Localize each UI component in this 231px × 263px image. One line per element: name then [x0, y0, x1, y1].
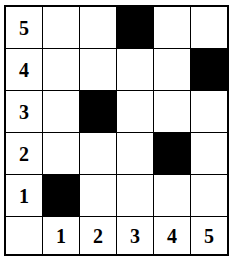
cell-c3-r1[interactable] — [117, 175, 153, 216]
col-label-5: 5 — [191, 217, 227, 254]
row-label-3: 3 — [6, 91, 42, 132]
cell-c5-r5[interactable] — [191, 7, 227, 48]
row-label-4: 4 — [6, 49, 42, 90]
cell-c1-r4[interactable] — [43, 49, 79, 90]
cell-c3-r3[interactable] — [117, 91, 153, 132]
col-label-1: 1 — [43, 217, 79, 254]
cell-c2-r1[interactable] — [80, 175, 116, 216]
cell-c1-r5[interactable] — [43, 7, 79, 48]
cell-c4-r3[interactable] — [154, 91, 190, 132]
corner-cell — [6, 217, 42, 254]
puzzle-board: 5432112345 — [4, 5, 229, 256]
cell-c2-r2[interactable] — [80, 133, 116, 174]
cell-c4-r4[interactable] — [154, 49, 190, 90]
cell-c4-r5[interactable] — [154, 7, 190, 48]
shaded-cell-c1-r1[interactable] — [43, 175, 79, 216]
col-label-4: 4 — [154, 217, 190, 254]
shaded-cell-c2-r3[interactable] — [80, 91, 116, 132]
cell-c2-r5[interactable] — [80, 7, 116, 48]
cell-c2-r4[interactable] — [80, 49, 116, 90]
cell-c5-r2[interactable] — [191, 133, 227, 174]
cell-c1-r2[interactable] — [43, 133, 79, 174]
col-label-3: 3 — [117, 217, 153, 254]
cell-c5-r3[interactable] — [191, 91, 227, 132]
col-label-2: 2 — [80, 217, 116, 254]
cell-c3-r4[interactable] — [117, 49, 153, 90]
cell-c5-r1[interactable] — [191, 175, 227, 216]
row-label-2: 2 — [6, 133, 42, 174]
cell-c3-r2[interactable] — [117, 133, 153, 174]
cell-c4-r1[interactable] — [154, 175, 190, 216]
shaded-cell-c3-r5[interactable] — [117, 7, 153, 48]
cell-c1-r3[interactable] — [43, 91, 79, 132]
shaded-cell-c4-r2[interactable] — [154, 133, 190, 174]
row-label-1: 1 — [6, 175, 42, 216]
shaded-cell-c5-r4[interactable] — [191, 49, 227, 90]
row-label-5: 5 — [6, 7, 42, 48]
